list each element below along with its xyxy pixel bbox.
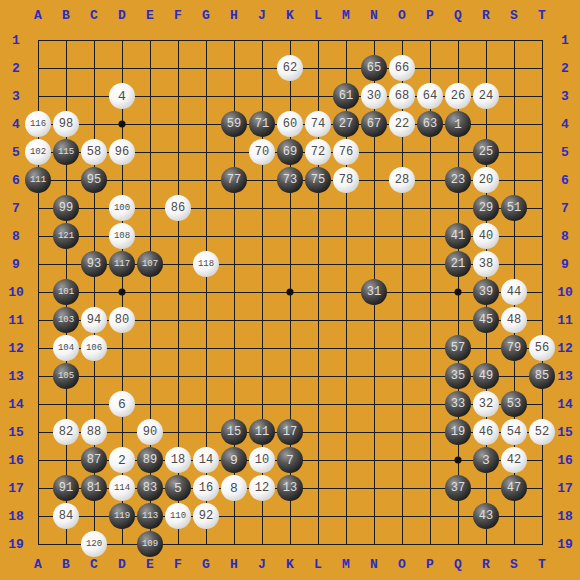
stone-white-48: 48 bbox=[501, 307, 527, 333]
coord-label-col: G bbox=[202, 558, 210, 571]
stone-white-84: 84 bbox=[53, 503, 79, 529]
stone-white-16: 16 bbox=[193, 475, 219, 501]
stone-black-1: 1 bbox=[445, 111, 471, 137]
stone-white-118: 118 bbox=[193, 251, 219, 277]
star-point bbox=[287, 289, 294, 296]
stone-white-116: 116 bbox=[25, 111, 51, 137]
coord-label-row: 13 bbox=[557, 370, 573, 383]
stone-white-56: 56 bbox=[529, 335, 555, 361]
coord-label-col: N bbox=[370, 558, 378, 571]
coord-label-row: 16 bbox=[557, 454, 573, 467]
coord-label-col: M bbox=[342, 9, 350, 22]
stone-black-13: 13 bbox=[277, 475, 303, 501]
stone-black-111: 111 bbox=[25, 167, 51, 193]
coord-label-col: S bbox=[510, 9, 518, 22]
coord-label-row: 8 bbox=[12, 230, 20, 243]
stone-black-35: 35 bbox=[445, 363, 471, 389]
stone-white-18: 18 bbox=[165, 447, 191, 473]
go-board[interactable]: AABBCCDDEEFFGGHHJJKKLLMMNNOOPPQQRRSSTT11… bbox=[0, 0, 580, 580]
coord-label-row: 7 bbox=[561, 202, 569, 215]
stone-black-25: 25 bbox=[473, 139, 499, 165]
stone-black-39: 39 bbox=[473, 279, 499, 305]
stone-black-105: 105 bbox=[53, 363, 79, 389]
coord-label-row: 19 bbox=[557, 538, 573, 551]
coord-label-col: R bbox=[482, 558, 490, 571]
coord-label-col: D bbox=[118, 558, 126, 571]
stone-black-107: 107 bbox=[137, 251, 163, 277]
stone-black-53: 53 bbox=[501, 391, 527, 417]
stone-black-95: 95 bbox=[81, 167, 107, 193]
stone-black-87: 87 bbox=[81, 447, 107, 473]
coord-label-col: P bbox=[426, 9, 434, 22]
grid-line-vertical bbox=[542, 40, 543, 545]
coord-label-row: 7 bbox=[12, 202, 20, 215]
stone-black-75: 75 bbox=[305, 167, 331, 193]
coord-label-col: E bbox=[146, 558, 154, 571]
stone-white-104: 104 bbox=[53, 335, 79, 361]
stone-black-31: 31 bbox=[361, 279, 387, 305]
stone-black-79: 79 bbox=[501, 335, 527, 361]
stone-black-49: 49 bbox=[473, 363, 499, 389]
star-point bbox=[119, 289, 126, 296]
stone-black-121: 121 bbox=[53, 223, 79, 249]
coord-label-col: L bbox=[314, 9, 322, 22]
stone-white-98: 98 bbox=[53, 111, 79, 137]
stone-white-72: 72 bbox=[305, 139, 331, 165]
coord-label-row: 10 bbox=[557, 286, 573, 299]
stone-black-5: 5 bbox=[165, 475, 191, 501]
stone-white-24: 24 bbox=[473, 83, 499, 109]
stone-black-9: 9 bbox=[221, 447, 247, 473]
coord-label-row: 1 bbox=[561, 34, 569, 47]
coord-label-row: 18 bbox=[8, 510, 24, 523]
coord-label-row: 15 bbox=[8, 426, 24, 439]
coord-label-row: 8 bbox=[561, 230, 569, 243]
coord-label-col: R bbox=[482, 9, 490, 22]
coord-label-col: M bbox=[342, 558, 350, 571]
stone-black-99: 99 bbox=[53, 195, 79, 221]
coord-label-row: 17 bbox=[8, 482, 24, 495]
coord-label-col: E bbox=[146, 9, 154, 22]
stone-white-60: 60 bbox=[277, 111, 303, 137]
stone-white-94: 94 bbox=[81, 307, 107, 333]
coord-label-row: 13 bbox=[8, 370, 24, 383]
stone-black-17: 17 bbox=[277, 419, 303, 445]
coord-label-row: 15 bbox=[557, 426, 573, 439]
stone-white-52: 52 bbox=[529, 419, 555, 445]
coord-label-col: K bbox=[286, 9, 294, 22]
coord-label-col: F bbox=[174, 558, 182, 571]
stone-black-63: 63 bbox=[417, 111, 443, 137]
coord-label-col: B bbox=[62, 9, 70, 22]
coord-label-col: J bbox=[258, 558, 266, 571]
coord-label-row: 11 bbox=[557, 314, 573, 327]
stone-white-38: 38 bbox=[473, 251, 499, 277]
stone-black-41: 41 bbox=[445, 223, 471, 249]
stone-black-71: 71 bbox=[249, 111, 275, 137]
stone-black-117: 117 bbox=[109, 251, 135, 277]
stone-white-74: 74 bbox=[305, 111, 331, 137]
coord-label-col: J bbox=[258, 9, 266, 22]
coord-label-col: K bbox=[286, 558, 294, 571]
star-point bbox=[455, 457, 462, 464]
coord-label-row: 17 bbox=[557, 482, 573, 495]
coord-label-col: A bbox=[34, 9, 42, 22]
coord-label-col: T bbox=[538, 558, 546, 571]
coord-label-row: 12 bbox=[8, 342, 24, 355]
stone-white-76: 76 bbox=[333, 139, 359, 165]
stone-black-103: 103 bbox=[53, 307, 79, 333]
coord-label-row: 2 bbox=[561, 62, 569, 75]
stone-black-57: 57 bbox=[445, 335, 471, 361]
coord-label-col: A bbox=[34, 558, 42, 571]
coord-label-row: 9 bbox=[12, 258, 20, 271]
coord-label-col: T bbox=[538, 9, 546, 22]
coord-label-row: 3 bbox=[561, 90, 569, 103]
stone-white-78: 78 bbox=[333, 167, 359, 193]
stone-white-92: 92 bbox=[193, 503, 219, 529]
stone-white-20: 20 bbox=[473, 167, 499, 193]
stone-white-58: 58 bbox=[81, 139, 107, 165]
coord-label-row: 2 bbox=[12, 62, 20, 75]
stone-white-8: 8 bbox=[221, 475, 247, 501]
coord-label-col: C bbox=[90, 558, 98, 571]
stone-black-11: 11 bbox=[249, 419, 275, 445]
coord-label-row: 3 bbox=[12, 90, 20, 103]
coord-label-row: 5 bbox=[561, 146, 569, 159]
stone-white-4: 4 bbox=[109, 83, 135, 109]
stone-black-85: 85 bbox=[529, 363, 555, 389]
stone-black-91: 91 bbox=[53, 475, 79, 501]
stone-black-83: 83 bbox=[137, 475, 163, 501]
stone-black-81: 81 bbox=[81, 475, 107, 501]
stone-white-64: 64 bbox=[417, 83, 443, 109]
stone-white-106: 106 bbox=[81, 335, 107, 361]
star-point bbox=[455, 289, 462, 296]
stone-black-61: 61 bbox=[333, 83, 359, 109]
coord-label-row: 10 bbox=[8, 286, 24, 299]
stone-white-96: 96 bbox=[109, 139, 135, 165]
stone-white-40: 40 bbox=[473, 223, 499, 249]
stone-white-44: 44 bbox=[501, 279, 527, 305]
stone-white-120: 120 bbox=[81, 531, 107, 557]
coord-label-row: 6 bbox=[12, 174, 20, 187]
coord-label-row: 12 bbox=[557, 342, 573, 355]
stone-black-73: 73 bbox=[277, 167, 303, 193]
stone-white-110: 110 bbox=[165, 503, 191, 529]
stone-white-42: 42 bbox=[501, 447, 527, 473]
coord-label-row: 6 bbox=[561, 174, 569, 187]
stone-white-6: 6 bbox=[109, 391, 135, 417]
stone-black-119: 119 bbox=[109, 503, 135, 529]
stone-white-66: 66 bbox=[389, 55, 415, 81]
coord-label-row: 19 bbox=[8, 538, 24, 551]
stone-black-29: 29 bbox=[473, 195, 499, 221]
stone-white-68: 68 bbox=[389, 83, 415, 109]
stone-black-43: 43 bbox=[473, 503, 499, 529]
stone-white-10: 10 bbox=[249, 447, 275, 473]
coord-label-col: Q bbox=[454, 9, 462, 22]
stone-black-101: 101 bbox=[53, 279, 79, 305]
stone-black-67: 67 bbox=[361, 111, 387, 137]
coord-label-col: Q bbox=[454, 558, 462, 571]
coord-label-row: 11 bbox=[8, 314, 24, 327]
stone-black-33: 33 bbox=[445, 391, 471, 417]
stone-black-23: 23 bbox=[445, 167, 471, 193]
grid-line-horizontal bbox=[38, 544, 543, 545]
stone-black-93: 93 bbox=[81, 251, 107, 277]
coord-label-col: S bbox=[510, 558, 518, 571]
stone-black-115: 115 bbox=[53, 139, 79, 165]
coord-label-col: L bbox=[314, 558, 322, 571]
stone-black-21: 21 bbox=[445, 251, 471, 277]
stone-white-108: 108 bbox=[109, 223, 135, 249]
stone-black-65: 65 bbox=[361, 55, 387, 81]
stone-white-12: 12 bbox=[249, 475, 275, 501]
stone-white-100: 100 bbox=[109, 195, 135, 221]
stone-white-22: 22 bbox=[389, 111, 415, 137]
coord-label-row: 4 bbox=[12, 118, 20, 131]
stone-black-7: 7 bbox=[277, 447, 303, 473]
coord-label-col: O bbox=[398, 558, 406, 571]
stone-white-82: 82 bbox=[53, 419, 79, 445]
coord-label-row: 14 bbox=[557, 398, 573, 411]
stone-black-69: 69 bbox=[277, 139, 303, 165]
stone-white-102: 102 bbox=[25, 139, 51, 165]
stone-white-28: 28 bbox=[389, 167, 415, 193]
stone-black-89: 89 bbox=[137, 447, 163, 473]
coord-label-row: 18 bbox=[557, 510, 573, 523]
coord-label-col: H bbox=[230, 9, 238, 22]
stone-white-30: 30 bbox=[361, 83, 387, 109]
coord-label-col: P bbox=[426, 558, 434, 571]
stone-white-114: 114 bbox=[109, 475, 135, 501]
stone-white-46: 46 bbox=[473, 419, 499, 445]
stone-white-14: 14 bbox=[193, 447, 219, 473]
coord-label-col: H bbox=[230, 558, 238, 571]
stone-white-26: 26 bbox=[445, 83, 471, 109]
stone-white-32: 32 bbox=[473, 391, 499, 417]
coord-label-row: 14 bbox=[8, 398, 24, 411]
stone-black-45: 45 bbox=[473, 307, 499, 333]
coord-label-col: G bbox=[202, 9, 210, 22]
stone-black-113: 113 bbox=[137, 503, 163, 529]
stone-white-70: 70 bbox=[249, 139, 275, 165]
stone-white-54: 54 bbox=[501, 419, 527, 445]
coord-label-col: F bbox=[174, 9, 182, 22]
stone-black-37: 37 bbox=[445, 475, 471, 501]
coord-label-row: 1 bbox=[12, 34, 20, 47]
stone-white-86: 86 bbox=[165, 195, 191, 221]
stone-black-27: 27 bbox=[333, 111, 359, 137]
coord-label-row: 16 bbox=[8, 454, 24, 467]
coord-label-row: 4 bbox=[561, 118, 569, 131]
coord-label-row: 9 bbox=[561, 258, 569, 271]
coord-label-col: N bbox=[370, 9, 378, 22]
stone-black-109: 109 bbox=[137, 531, 163, 557]
coord-label-col: B bbox=[62, 558, 70, 571]
coord-label-row: 5 bbox=[12, 146, 20, 159]
stone-black-19: 19 bbox=[445, 419, 471, 445]
star-point bbox=[119, 121, 126, 128]
coord-label-col: C bbox=[90, 9, 98, 22]
stone-black-51: 51 bbox=[501, 195, 527, 221]
stone-black-3: 3 bbox=[473, 447, 499, 473]
stone-black-15: 15 bbox=[221, 419, 247, 445]
stone-white-90: 90 bbox=[137, 419, 163, 445]
coord-label-col: O bbox=[398, 9, 406, 22]
stone-white-80: 80 bbox=[109, 307, 135, 333]
stone-black-77: 77 bbox=[221, 167, 247, 193]
stone-white-88: 88 bbox=[81, 419, 107, 445]
stone-white-2: 2 bbox=[109, 447, 135, 473]
stone-black-59: 59 bbox=[221, 111, 247, 137]
coord-label-col: D bbox=[118, 9, 126, 22]
stone-black-47: 47 bbox=[501, 475, 527, 501]
stone-white-62: 62 bbox=[277, 55, 303, 81]
